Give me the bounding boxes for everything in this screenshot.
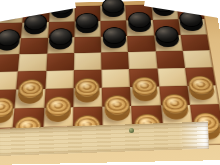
board-square[interactable] <box>130 86 160 105</box>
board-square[interactable] <box>178 19 207 35</box>
checker-piece-black[interactable] <box>0 29 20 51</box>
board-square[interactable] <box>46 53 74 71</box>
piece-top-face <box>131 76 157 96</box>
checker-piece-black[interactable] <box>23 14 47 35</box>
checker-piece-wood[interactable] <box>131 76 158 101</box>
checker-piece-wood[interactable] <box>17 79 44 104</box>
board-square[interactable] <box>101 69 130 87</box>
board-square[interactable] <box>21 22 48 38</box>
board-square[interactable] <box>154 35 183 52</box>
checker-piece-wood[interactable] <box>45 97 71 123</box>
board-square[interactable] <box>47 37 74 54</box>
board-square[interactable] <box>74 21 101 37</box>
piece-top-face <box>128 12 152 28</box>
checker-piece-wood[interactable] <box>161 94 189 120</box>
board-square[interactable] <box>0 54 20 72</box>
photo-scene <box>0 0 220 165</box>
checker-piece-wood[interactable] <box>104 95 130 121</box>
board-square[interactable] <box>0 38 21 55</box>
board-square[interactable] <box>101 52 129 70</box>
checker-piece-black[interactable] <box>76 13 99 34</box>
board-square[interactable] <box>45 70 74 88</box>
checker-piece-wood[interactable] <box>0 98 14 124</box>
board-square[interactable] <box>74 53 102 71</box>
board-square[interactable] <box>0 71 18 89</box>
checker-piece-black[interactable] <box>102 0 125 17</box>
board-square[interactable] <box>182 50 212 68</box>
checker-piece-black[interactable] <box>128 12 152 33</box>
checker-piece-black[interactable] <box>102 27 126 49</box>
checker-piece-black[interactable] <box>49 28 73 50</box>
board-square[interactable] <box>127 35 155 52</box>
board-square[interactable] <box>180 34 209 51</box>
board-square[interactable] <box>100 5 126 20</box>
board-square[interactable] <box>18 54 47 72</box>
board-square[interactable] <box>102 106 132 126</box>
board-square[interactable] <box>155 51 184 69</box>
checker-piece-wood[interactable] <box>188 75 217 100</box>
board-square[interactable] <box>187 85 219 104</box>
clasp-icon <box>129 128 134 133</box>
checker-piece-black[interactable] <box>155 26 181 48</box>
board-square[interactable] <box>73 88 102 107</box>
board-square[interactable] <box>15 89 45 108</box>
checker-piece-wood[interactable] <box>75 78 100 103</box>
board-square[interactable] <box>20 37 48 54</box>
board-square[interactable] <box>74 36 101 53</box>
board-square[interactable] <box>128 52 157 70</box>
board-square[interactable] <box>157 68 187 86</box>
board-square[interactable] <box>43 107 73 127</box>
board-square[interactable] <box>126 20 153 36</box>
board-square[interactable] <box>101 36 128 53</box>
